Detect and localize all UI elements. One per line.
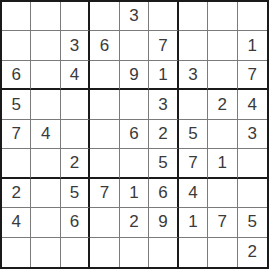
sudoku-cell-r1c5: 3 bbox=[120, 2, 149, 31]
sudoku-cell-r2c6: 7 bbox=[149, 31, 178, 60]
sudoku-cell-r8c6: 9 bbox=[149, 208, 178, 237]
sudoku-cell-r2c9: 1 bbox=[238, 31, 267, 60]
sudoku-cell-r2c7[interactable] bbox=[179, 31, 208, 60]
sudoku-cell-r9c4[interactable] bbox=[90, 238, 119, 267]
sudoku-cell-r7c3: 5 bbox=[61, 179, 90, 208]
sudoku-cell-r2c3: 3 bbox=[61, 31, 90, 60]
sudoku-cell-r3c3: 4 bbox=[61, 61, 90, 90]
sudoku-cell-r8c8: 7 bbox=[208, 208, 237, 237]
sudoku-cell-r9c1[interactable] bbox=[2, 238, 31, 267]
sudoku-cell-r5c4[interactable] bbox=[90, 120, 119, 149]
sudoku-cell-r5c7: 5 bbox=[179, 120, 208, 149]
sudoku-cell-r1c4[interactable] bbox=[90, 2, 119, 31]
sudoku-cell-r6c7: 7 bbox=[179, 149, 208, 178]
sudoku-cell-r8c1: 4 bbox=[2, 208, 31, 237]
sudoku-cell-r3c2[interactable] bbox=[31, 61, 60, 90]
sudoku-cell-r6c5[interactable] bbox=[120, 149, 149, 178]
sudoku-cell-r3c9: 7 bbox=[238, 61, 267, 90]
sudoku-cell-r4c8: 2 bbox=[208, 90, 237, 119]
sudoku-cell-r5c1: 7 bbox=[2, 120, 31, 149]
sudoku-cell-r9c6[interactable] bbox=[149, 238, 178, 267]
sudoku-cell-r9c8[interactable] bbox=[208, 238, 237, 267]
sudoku-cell-r6c3: 2 bbox=[61, 149, 90, 178]
sudoku-cell-r8c3: 6 bbox=[61, 208, 90, 237]
sudoku-cell-r8c4[interactable] bbox=[90, 208, 119, 237]
sudoku-cell-r3c1: 6 bbox=[2, 61, 31, 90]
sudoku-cell-r9c2[interactable] bbox=[31, 238, 60, 267]
sudoku-cell-r6c2[interactable] bbox=[31, 149, 60, 178]
sudoku-cell-r2c2[interactable] bbox=[31, 31, 60, 60]
sudoku-cell-r1c1[interactable] bbox=[2, 2, 31, 31]
sudoku-cell-r9c5[interactable] bbox=[120, 238, 149, 267]
sudoku-cell-r6c6: 5 bbox=[149, 149, 178, 178]
sudoku-cell-r4c1: 5 bbox=[2, 90, 31, 119]
sudoku-cell-r1c9[interactable] bbox=[238, 2, 267, 31]
sudoku-cell-r4c7[interactable] bbox=[179, 90, 208, 119]
sudoku-cell-r4c3[interactable] bbox=[61, 90, 90, 119]
sudoku-cell-r5c9: 3 bbox=[238, 120, 267, 149]
sudoku-cell-r5c5: 6 bbox=[120, 120, 149, 149]
sudoku-cell-r9c3[interactable] bbox=[61, 238, 90, 267]
sudoku-cell-r3c6: 1 bbox=[149, 61, 178, 90]
sudoku-cell-r8c5: 2 bbox=[120, 208, 149, 237]
sudoku-cell-r1c7[interactable] bbox=[179, 2, 208, 31]
sudoku-cell-r7c6: 6 bbox=[149, 179, 178, 208]
sudoku-cell-r2c8[interactable] bbox=[208, 31, 237, 60]
sudoku-cell-r4c9: 4 bbox=[238, 90, 267, 119]
sudoku-cell-r7c8[interactable] bbox=[208, 179, 237, 208]
sudoku-cell-r5c6: 2 bbox=[149, 120, 178, 149]
sudoku-cell-r4c4[interactable] bbox=[90, 90, 119, 119]
sudoku-cell-r4c2[interactable] bbox=[31, 90, 60, 119]
sudoku-cell-r1c2[interactable] bbox=[31, 2, 60, 31]
sudoku-cell-r7c7: 4 bbox=[179, 179, 208, 208]
sudoku-cell-r9c7[interactable] bbox=[179, 238, 208, 267]
sudoku-cell-r7c5: 1 bbox=[120, 179, 149, 208]
sudoku-cell-r7c9[interactable] bbox=[238, 179, 267, 208]
sudoku-cell-r3c8[interactable] bbox=[208, 61, 237, 90]
sudoku-cell-r2c5[interactable] bbox=[120, 31, 149, 60]
sudoku-cell-r3c7: 3 bbox=[179, 61, 208, 90]
sudoku-cell-r6c1[interactable] bbox=[2, 149, 31, 178]
sudoku-cell-r8c7: 1 bbox=[179, 208, 208, 237]
sudoku-cell-r6c8: 1 bbox=[208, 149, 237, 178]
sudoku-cell-r3c5: 9 bbox=[120, 61, 149, 90]
sudoku-cell-r7c1: 2 bbox=[2, 179, 31, 208]
sudoku-cell-r4c5[interactable] bbox=[120, 90, 149, 119]
sudoku-cell-r1c6[interactable] bbox=[149, 2, 178, 31]
sudoku-cell-r9c9: 2 bbox=[238, 238, 267, 267]
sudoku-cell-r5c3[interactable] bbox=[61, 120, 90, 149]
sudoku-cell-r6c9[interactable] bbox=[238, 149, 267, 178]
sudoku-cell-r4c6: 3 bbox=[149, 90, 178, 119]
sudoku-cell-r6c4[interactable] bbox=[90, 149, 119, 178]
sudoku-cell-r8c9: 5 bbox=[238, 208, 267, 237]
sudoku-board: 336716491375324746253257125716446291752 bbox=[0, 0, 269, 269]
sudoku-cell-r2c4: 6 bbox=[90, 31, 119, 60]
sudoku-cell-r8c2[interactable] bbox=[31, 208, 60, 237]
sudoku-cell-r5c2: 4 bbox=[31, 120, 60, 149]
sudoku-cell-r3c4[interactable] bbox=[90, 61, 119, 90]
sudoku-cell-r7c2[interactable] bbox=[31, 179, 60, 208]
sudoku-cell-r5c8[interactable] bbox=[208, 120, 237, 149]
sudoku-cell-r1c3[interactable] bbox=[61, 2, 90, 31]
sudoku-cell-r7c4: 7 bbox=[90, 179, 119, 208]
sudoku-cell-r2c1[interactable] bbox=[2, 31, 31, 60]
sudoku-cell-r1c8[interactable] bbox=[208, 2, 237, 31]
